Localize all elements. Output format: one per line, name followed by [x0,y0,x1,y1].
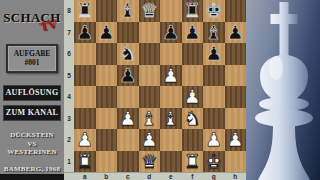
zum-kanal-button[interactable]: ZUM KANAL [3,105,61,121]
coordinate-corner [64,173,74,180]
rank-label-3: 3 [64,108,74,130]
sidebar: SCHACH TV AUFGABE #001 AUFLÖSUNG ZUM KAN… [0,0,64,180]
rank-label-1: 1 [64,151,74,173]
rank-label-4: 4 [64,86,74,108]
square-g7[interactable]: ♝ [203,22,225,44]
black-pawn-piece: ♟ [182,22,204,44]
square-d1[interactable]: ♛ [139,151,161,173]
square-b5[interactable] [96,65,118,87]
square-e2[interactable] [160,129,182,151]
square-c2[interactable] [117,129,139,151]
square-f8[interactable]: ♜ [182,0,204,22]
square-g6[interactable]: ♟ [203,43,225,65]
square-g3[interactable] [203,108,225,130]
square-a8[interactable]: ♜ [74,0,96,22]
square-h1[interactable] [225,151,247,173]
aufloesung-button[interactable]: AUFLÖSUNG [3,85,61,101]
rank-label-7: 7 [64,22,74,44]
white-pawn-piece: ♟ [139,129,161,151]
square-a1[interactable]: ♜ [74,151,96,173]
black-pawn-piece: ♟ [203,43,225,65]
square-g5[interactable] [203,65,225,87]
rank-labels: 87654321 [64,0,74,172]
file-label-g: g [203,173,225,180]
rank-label-6: 6 [64,43,74,65]
black-pawn-piece: ♟ [74,22,96,44]
file-label-h: h [225,173,247,180]
black-knight-piece: ♞ [117,43,139,65]
rank-label-2: 2 [64,129,74,151]
square-e1[interactable] [160,151,182,173]
white-king-3d-icon [246,0,320,180]
square-d5[interactable] [139,65,161,87]
square-b3[interactable] [96,108,118,130]
square-f5[interactable] [182,65,204,87]
square-c3[interactable]: ♟ [117,108,139,130]
white-bishop-piece: ♝ [160,108,182,130]
square-c8[interactable]: ♝ [117,0,139,22]
square-e4[interactable] [160,86,182,108]
channel-tv-badge: TV [39,16,59,35]
square-g8[interactable]: ♚ [203,0,225,22]
file-labels: abcdefgh [64,172,246,180]
square-d6[interactable] [139,43,161,65]
square-e5[interactable]: ♟ [160,65,182,87]
black-king-piece: ♚ [203,0,225,22]
square-a3[interactable] [74,108,96,130]
square-c6[interactable]: ♞ [117,43,139,65]
black-pawn-piece: ♟ [225,22,247,44]
white-pawn-piece: ♟ [225,129,247,151]
black-bishop-piece: ♝ [117,0,139,22]
decorative-panel [246,0,320,180]
square-b8[interactable] [96,0,118,22]
file-label-a: a [74,173,96,180]
square-c1[interactable] [117,151,139,173]
white-rook-piece: ♜ [74,151,96,173]
square-c5[interactable]: ♟ [117,65,139,87]
vs-label: VS [7,140,56,149]
black-bishop-piece: ♝ [203,22,225,44]
square-c4[interactable] [117,86,139,108]
square-g4[interactable] [203,86,225,108]
square-b4[interactable] [96,86,118,108]
square-f1[interactable]: ♜ [182,151,204,173]
file-label-c: c [117,173,139,180]
square-h4[interactable] [225,86,247,108]
white-bishop-piece: ♝ [139,108,161,130]
black-pawn-piece: ♟ [96,22,118,44]
white-knight-piece: ♞ [182,108,204,130]
task-label: AUFGABE [8,49,56,58]
square-g1[interactable]: ♚ [203,151,225,173]
white-pawn-piece: ♟ [203,129,225,151]
square-a5[interactable] [74,65,96,87]
square-d8[interactable]: ♛ [139,0,161,22]
white-rook-piece: ♜ [182,151,204,173]
white-pawn-piece: ♟ [182,86,204,108]
white-pawn-piece: ♟ [160,65,182,87]
square-h6[interactable] [225,43,247,65]
player-black: WESTERINEN [7,148,56,157]
rank-label-8: 8 [64,0,74,22]
square-a7[interactable]: ♟ [74,22,96,44]
square-f2[interactable] [182,129,204,151]
square-b6[interactable] [96,43,118,65]
square-d2[interactable]: ♟ [139,129,161,151]
square-a6[interactable] [74,43,96,65]
square-e8[interactable] [160,0,182,22]
square-g2[interactable]: ♟ [203,129,225,151]
black-pawn-piece: ♟ [117,65,139,87]
square-c7[interactable] [117,22,139,44]
player-white: DÜCKSTEIN [7,131,56,140]
file-label-d: d [139,173,161,180]
square-h8[interactable] [225,0,247,22]
square-a4[interactable] [74,86,96,108]
task-number: #001 [8,58,56,67]
square-h7[interactable]: ♟ [225,22,247,44]
square-f3[interactable]: ♞ [182,108,204,130]
square-h3[interactable] [225,108,247,130]
event-label: BAMBERG, 1968 [4,165,60,173]
video-frame: SCHACH TV AUFGABE #001 AUFLÖSUNG ZUM KAN… [0,0,320,180]
square-f7[interactable]: ♟ [182,22,204,44]
square-b1[interactable] [96,151,118,173]
square-f6[interactable] [182,43,204,65]
white-queen-piece: ♛ [139,151,161,173]
square-d4[interactable] [139,86,161,108]
white-pawn-piece: ♟ [74,129,96,151]
square-d3[interactable]: ♝ [139,108,161,130]
rank-label-5: 5 [64,65,74,87]
file-label-e: e [160,173,182,180]
channel-logo: SCHACH TV [0,8,64,36]
square-h5[interactable] [225,65,247,87]
square-f4[interactable]: ♟ [182,86,204,108]
sidebar-bottom-edge [0,174,64,180]
players-label: DÜCKSTEIN VS WESTERINEN [7,131,56,157]
square-e3[interactable]: ♝ [160,108,182,130]
square-e7[interactable]: ♟ [160,22,182,44]
task-box: AUFGABE #001 [6,44,58,73]
square-h2[interactable]: ♟ [225,129,247,151]
white-king-piece: ♚ [203,151,225,173]
black-pawn-piece: ♟ [160,22,182,44]
square-b7[interactable]: ♟ [96,22,118,44]
black-rook-piece: ♜ [74,0,96,22]
file-label-f: f [182,173,204,180]
black-queen-piece: ♛ [139,0,161,22]
file-label-b: b [96,173,118,180]
square-a2[interactable]: ♟ [74,129,96,151]
black-rook-piece: ♜ [182,0,204,22]
white-pawn-piece: ♟ [117,108,139,130]
square-e6[interactable] [160,43,182,65]
square-b2[interactable] [96,129,118,151]
chess-board: ♜♝♛♜♚♟♟♟♟♝♟♞♟♟♟♟♟♝♝♞♟♟♟♟♜♛♜♚ [74,0,246,172]
square-d7[interactable] [139,22,161,44]
